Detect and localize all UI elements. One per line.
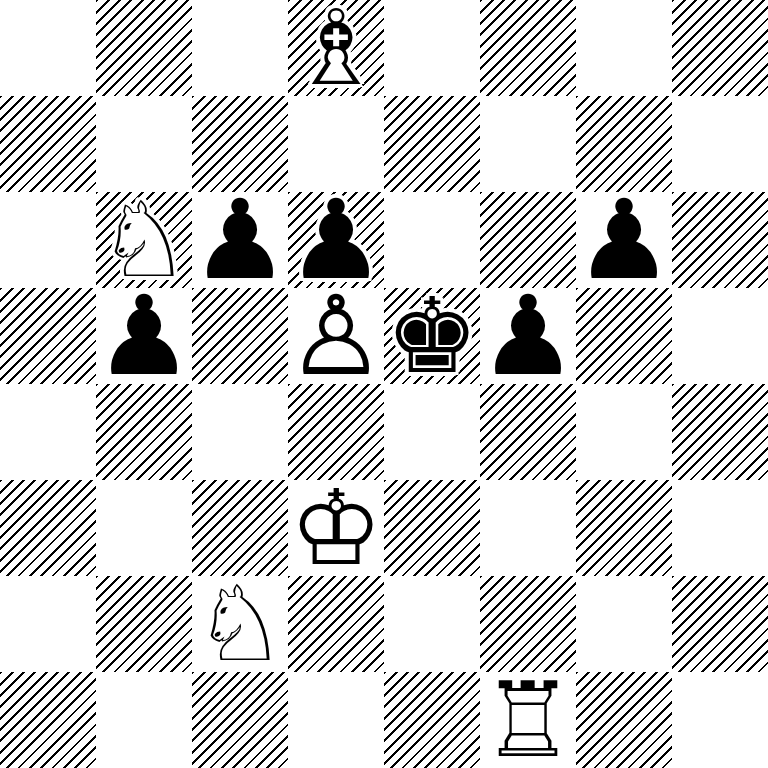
black-pawn[interactable]: ♟: [96, 288, 192, 384]
square-h2[interactable]: [672, 576, 768, 672]
square-g2[interactable]: [576, 576, 672, 672]
square-a8[interactable]: [0, 0, 96, 96]
square-f7[interactable]: [480, 96, 576, 192]
square-h7[interactable]: [672, 96, 768, 192]
square-c5[interactable]: [192, 288, 288, 384]
square-a2[interactable]: [0, 576, 96, 672]
square-b3[interactable]: [96, 480, 192, 576]
square-a6[interactable]: [0, 192, 96, 288]
square-e3[interactable]: [384, 480, 480, 576]
square-f8[interactable]: [480, 0, 576, 96]
square-c6[interactable]: ♟♟: [192, 192, 288, 288]
square-e4[interactable]: [384, 384, 480, 480]
square-f3[interactable]: [480, 480, 576, 576]
square-b7[interactable]: [96, 96, 192, 192]
square-c4[interactable]: [192, 384, 288, 480]
square-c1[interactable]: [192, 672, 288, 768]
square-b1[interactable]: [96, 672, 192, 768]
square-g1[interactable]: [576, 672, 672, 768]
square-g8[interactable]: [576, 0, 672, 96]
square-e6[interactable]: [384, 192, 480, 288]
square-a5[interactable]: [0, 288, 96, 384]
square-h6[interactable]: [672, 192, 768, 288]
black-king[interactable]: ♚: [384, 288, 480, 384]
square-d5[interactable]: ♟♙: [288, 288, 384, 384]
square-h8[interactable]: [672, 0, 768, 96]
square-b2[interactable]: [96, 576, 192, 672]
black-pawn[interactable]: ♟: [576, 192, 672, 288]
square-e8[interactable]: [384, 0, 480, 96]
white-pawn[interactable]: ♙: [288, 288, 384, 384]
square-f2[interactable]: [480, 576, 576, 672]
square-e7[interactable]: [384, 96, 480, 192]
black-pawn[interactable]: ♟: [480, 288, 576, 384]
square-h4[interactable]: [672, 384, 768, 480]
square-e1[interactable]: [384, 672, 480, 768]
white-king[interactable]: ♔: [288, 480, 384, 576]
square-g3[interactable]: [576, 480, 672, 576]
square-c3[interactable]: [192, 480, 288, 576]
square-d2[interactable]: [288, 576, 384, 672]
square-a7[interactable]: [0, 96, 96, 192]
square-d1[interactable]: [288, 672, 384, 768]
white-bishop[interactable]: ♗: [288, 0, 384, 96]
square-c2[interactable]: ♞♘: [192, 576, 288, 672]
square-g6[interactable]: ♟♟: [576, 192, 672, 288]
black-pawn[interactable]: ♟: [192, 192, 288, 288]
square-h1[interactable]: [672, 672, 768, 768]
square-f5[interactable]: ♟♟: [480, 288, 576, 384]
square-d4[interactable]: [288, 384, 384, 480]
square-b8[interactable]: [96, 0, 192, 96]
square-f1[interactable]: ♜♖: [480, 672, 576, 768]
square-h3[interactable]: [672, 480, 768, 576]
square-e2[interactable]: [384, 576, 480, 672]
white-rook[interactable]: ♖: [480, 672, 576, 768]
square-e5[interactable]: ♚♚: [384, 288, 480, 384]
square-b5[interactable]: ♟♟: [96, 288, 192, 384]
square-g4[interactable]: [576, 384, 672, 480]
chess-board: ♝♗♞♘♟♟♟♟♟♟♟♟♟♙♚♚♟♟♚♔♞♘♜♖: [0, 0, 768, 768]
square-d8[interactable]: ♝♗: [288, 0, 384, 96]
square-d3[interactable]: ♚♔: [288, 480, 384, 576]
square-f4[interactable]: [480, 384, 576, 480]
square-g5[interactable]: [576, 288, 672, 384]
square-c8[interactable]: [192, 0, 288, 96]
white-knight[interactable]: ♘: [192, 576, 288, 672]
square-a4[interactable]: [0, 384, 96, 480]
square-h5[interactable]: [672, 288, 768, 384]
square-a1[interactable]: [0, 672, 96, 768]
square-a3[interactable]: [0, 480, 96, 576]
square-b4[interactable]: [96, 384, 192, 480]
